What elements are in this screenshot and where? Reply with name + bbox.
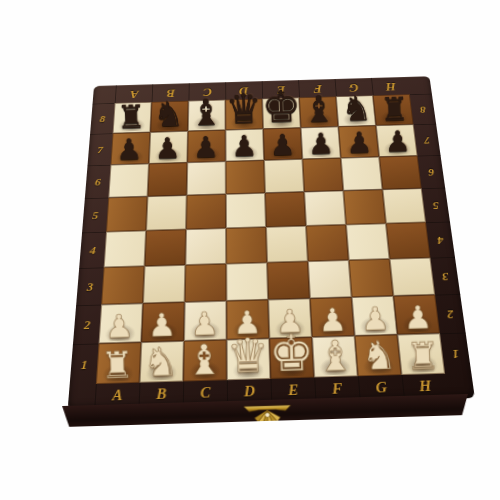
brass-clasp-icon bbox=[241, 402, 294, 448]
rank-label-right-1: 1 bbox=[440, 333, 471, 374]
chess-board: ABCDEFGH8♜♞♝♛♚♝♞♜87♟♟♟♟♟♟♟♟7665544332♟♟♟… bbox=[82, 43, 450, 411]
square-g8: ♞ bbox=[336, 95, 376, 126]
piece-black-king: ♚ bbox=[261, 84, 301, 128]
rank-number: 6 bbox=[95, 177, 102, 187]
square-h2: ♟ bbox=[393, 295, 440, 335]
square-e8: ♚ bbox=[262, 98, 300, 129]
square-a5 bbox=[106, 196, 147, 231]
square-g4 bbox=[346, 223, 390, 260]
rank-number: 1 bbox=[81, 358, 88, 370]
square-c4 bbox=[185, 228, 226, 265]
square-h3 bbox=[390, 258, 436, 296]
frame-corner bbox=[407, 76, 431, 94]
piece-white-king: ♚ bbox=[268, 327, 315, 379]
board-grid: ABCDEFGH8♜♞♝♛♚♝♞♜87♟♟♟♟♟♟♟♟7665544332♟♟♟… bbox=[68, 76, 475, 410]
file-letter: C bbox=[200, 386, 210, 401]
piece-black-pawn: ♟ bbox=[116, 135, 143, 165]
square-a1: ♜ bbox=[96, 342, 141, 384]
file-letter: H bbox=[418, 379, 432, 394]
square-f8: ♝ bbox=[299, 96, 338, 127]
piece-white-pawn: ♟ bbox=[147, 309, 177, 342]
square-b8: ♞ bbox=[150, 101, 188, 132]
square-g1: ♞ bbox=[355, 335, 402, 377]
square-d4 bbox=[226, 227, 267, 264]
rank-label-left-8: 8 bbox=[90, 103, 115, 134]
square-f6 bbox=[302, 158, 343, 192]
square-e5 bbox=[265, 192, 306, 227]
piece-white-pawn: ♟ bbox=[105, 310, 135, 343]
piece-white-rook: ♜ bbox=[100, 346, 134, 384]
square-h5 bbox=[382, 188, 425, 223]
file-letter: F bbox=[332, 382, 343, 397]
square-a6 bbox=[108, 164, 149, 198]
rank-label-left-6: 6 bbox=[85, 165, 111, 198]
square-d8: ♛ bbox=[225, 99, 263, 130]
piece-black-pawn: ♟ bbox=[308, 129, 335, 159]
rank-number: 7 bbox=[97, 145, 103, 155]
rank-number: 1 bbox=[452, 347, 460, 359]
piece-black-bishop: ♝ bbox=[190, 94, 223, 131]
rank-label-right-4: 4 bbox=[426, 222, 455, 258]
rank-number: 3 bbox=[441, 270, 449, 281]
rank-label-right-6: 6 bbox=[417, 155, 445, 188]
rank-number: 6 bbox=[428, 167, 435, 177]
piece-black-knight: ♞ bbox=[341, 92, 372, 127]
square-b6 bbox=[148, 163, 188, 197]
rank-number: 7 bbox=[423, 135, 430, 145]
piece-black-pawn: ♟ bbox=[346, 128, 373, 158]
rank-label-right-7: 7 bbox=[414, 124, 441, 156]
rank-label-left-7: 7 bbox=[88, 133, 113, 165]
square-b4 bbox=[145, 229, 187, 266]
square-a2: ♟ bbox=[99, 303, 143, 343]
square-f4 bbox=[306, 225, 349, 262]
square-e6 bbox=[264, 159, 304, 193]
square-d3 bbox=[226, 263, 268, 301]
piece-white-bishop: ♝ bbox=[185, 339, 223, 382]
rank-label-right-2: 2 bbox=[435, 294, 466, 333]
rank-number: 2 bbox=[446, 308, 454, 320]
square-b2: ♟ bbox=[141, 302, 184, 342]
piece-black-pawn: ♟ bbox=[154, 134, 181, 164]
square-c6 bbox=[187, 161, 226, 195]
square-d6 bbox=[226, 160, 265, 194]
square-a4 bbox=[104, 231, 146, 268]
piece-white-rook: ♜ bbox=[406, 337, 440, 375]
piece-black-pawn: ♟ bbox=[269, 131, 296, 161]
square-b7: ♟ bbox=[149, 131, 188, 164]
square-h1: ♜ bbox=[397, 333, 445, 375]
rank-number: 5 bbox=[432, 200, 439, 210]
square-g6 bbox=[341, 157, 383, 191]
square-a7: ♟ bbox=[111, 132, 151, 165]
square-h6 bbox=[379, 156, 421, 190]
square-e3 bbox=[267, 261, 310, 299]
file-letter: G bbox=[375, 381, 387, 396]
square-c7: ♟ bbox=[187, 130, 225, 163]
square-h8: ♜ bbox=[373, 94, 414, 125]
square-g7: ♟ bbox=[338, 126, 379, 158]
file-letter: A bbox=[112, 388, 123, 403]
square-e7: ♟ bbox=[263, 128, 302, 161]
piece-black-pawn: ♟ bbox=[193, 133, 220, 163]
square-g2: ♟ bbox=[352, 296, 398, 336]
square-b5 bbox=[146, 195, 187, 230]
rank-number: 8 bbox=[99, 114, 105, 123]
rank-label-right-3: 3 bbox=[430, 257, 460, 295]
piece-white-knight: ♞ bbox=[361, 336, 397, 376]
rank-label-left-5: 5 bbox=[82, 198, 108, 233]
rank-number: 3 bbox=[87, 281, 94, 292]
square-f3 bbox=[308, 260, 352, 298]
square-c8: ♝ bbox=[188, 100, 226, 131]
rank-label-left-4: 4 bbox=[79, 232, 106, 268]
chess-set-photo: ABCDEFGH8♜♞♝♛♚♝♞♜87♟♟♟♟♟♟♟♟7665544332♟♟♟… bbox=[0, 0, 500, 500]
square-h7: ♟ bbox=[376, 124, 418, 156]
piece-black-pawn: ♟ bbox=[231, 132, 258, 162]
square-f1: ♝ bbox=[312, 336, 358, 378]
rank-label-right-5: 5 bbox=[422, 188, 450, 223]
square-e1: ♚ bbox=[269, 337, 314, 379]
square-a3 bbox=[101, 266, 144, 304]
rank-number: 8 bbox=[419, 105, 426, 114]
square-a8: ♜ bbox=[113, 102, 152, 133]
rank-label-left-1: 1 bbox=[70, 343, 99, 384]
rank-number: 4 bbox=[437, 234, 444, 245]
piece-white-pawn: ♟ bbox=[403, 302, 433, 335]
square-b1: ♞ bbox=[140, 341, 184, 383]
square-c5 bbox=[186, 194, 226, 229]
square-d1: ♛ bbox=[227, 338, 271, 380]
piece-black-rook: ♜ bbox=[379, 93, 409, 126]
file-letter: D bbox=[244, 385, 255, 400]
piece-black-knight: ♞ bbox=[153, 97, 184, 132]
piece-white-queen: ♛ bbox=[226, 332, 269, 380]
square-c1: ♝ bbox=[183, 340, 227, 382]
rank-number: 2 bbox=[84, 319, 91, 331]
square-g5 bbox=[343, 189, 386, 224]
piece-black-rook: ♜ bbox=[116, 100, 146, 133]
square-e4 bbox=[266, 226, 308, 263]
square-g3 bbox=[349, 259, 394, 297]
rank-number: 4 bbox=[89, 245, 96, 256]
board-top-face: ABCDEFGH8♜♞♝♛♚♝♞♜87♟♟♟♟♟♟♟♟7665544332♟♟♟… bbox=[68, 76, 475, 410]
frame-corner bbox=[93, 85, 116, 103]
file-letter: B bbox=[156, 387, 167, 402]
square-f7: ♟ bbox=[301, 127, 341, 159]
piece-white-bishop: ♝ bbox=[316, 335, 354, 378]
square-d5 bbox=[226, 193, 266, 228]
rank-label-right-8: 8 bbox=[410, 94, 436, 125]
rank-label-left-3: 3 bbox=[76, 267, 104, 305]
square-d7: ♟ bbox=[225, 129, 264, 162]
file-letter: E bbox=[288, 383, 299, 398]
square-c3 bbox=[185, 264, 227, 302]
piece-black-bishop: ♝ bbox=[302, 91, 335, 128]
piece-white-knight: ♞ bbox=[143, 342, 179, 382]
piece-black-queen: ♛ bbox=[225, 88, 262, 130]
piece-black-pawn: ♟ bbox=[385, 127, 412, 157]
piece-white-pawn: ♟ bbox=[361, 303, 391, 336]
square-h4 bbox=[386, 222, 430, 259]
rank-number: 5 bbox=[92, 210, 99, 220]
square-b3 bbox=[143, 265, 185, 303]
square-f5 bbox=[304, 191, 346, 226]
rank-label-left-2: 2 bbox=[73, 305, 101, 345]
